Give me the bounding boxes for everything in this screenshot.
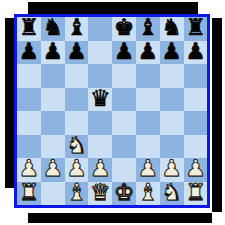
square-b3[interactable] — [41, 135, 65, 159]
square-h8[interactable]: ♜ — [184, 17, 208, 41]
square-e7[interactable]: ♟ — [112, 41, 136, 65]
square-f4[interactable] — [136, 111, 160, 135]
black-queen-piece: ♛ — [90, 87, 111, 110]
white-pawn-piece: ♟ — [19, 157, 40, 180]
black-rook-piece: ♜ — [19, 16, 40, 39]
square-e5[interactable] — [112, 88, 136, 112]
square-f8[interactable]: ♝ — [136, 17, 160, 41]
white-bishop-piece: ♝ — [66, 181, 87, 204]
square-h3[interactable] — [184, 135, 208, 159]
square-h7[interactable]: ♟ — [184, 41, 208, 65]
square-h1[interactable]: ♜ — [184, 182, 208, 206]
white-knight-piece: ♞ — [66, 134, 87, 157]
square-a8[interactable]: ♜ — [17, 17, 41, 41]
square-h4[interactable] — [184, 111, 208, 135]
square-g3[interactable] — [160, 135, 184, 159]
square-h5[interactable] — [184, 88, 208, 112]
square-g8[interactable]: ♞ — [160, 17, 184, 41]
black-pawn-piece: ♟ — [138, 40, 159, 63]
square-c4[interactable] — [65, 111, 89, 135]
square-a4[interactable] — [17, 111, 41, 135]
shadow-bar-top — [28, 2, 198, 14]
square-e4[interactable] — [112, 111, 136, 135]
square-c5[interactable] — [65, 88, 89, 112]
square-a2[interactable]: ♟ — [17, 158, 41, 182]
white-queen-piece: ♛ — [90, 181, 111, 204]
shadow-bar-bottom — [28, 213, 212, 223]
white-pawn-piece: ♟ — [66, 157, 87, 180]
white-rook-piece: ♜ — [185, 181, 206, 204]
black-bishop-piece: ♝ — [66, 16, 87, 39]
black-pawn-piece: ♟ — [114, 40, 135, 63]
black-pawn-piece: ♟ — [66, 40, 87, 63]
square-b6[interactable] — [41, 64, 65, 88]
square-b7[interactable]: ♟ — [41, 41, 65, 65]
white-pawn-piece: ♟ — [185, 157, 206, 180]
square-g4[interactable] — [160, 111, 184, 135]
square-h2[interactable]: ♟ — [184, 158, 208, 182]
white-pawn-piece: ♟ — [161, 157, 182, 180]
chess-board: ♜♞♝♚♝♞♜♟♟♟♟♟♟♟♛♞♟♟♟♟♟♟♟♜♝♛♚♝♞♜ — [14, 14, 210, 208]
black-pawn-piece: ♟ — [42, 40, 63, 63]
white-pawn-piece: ♟ — [138, 157, 159, 180]
square-c7[interactable]: ♟ — [65, 41, 89, 65]
square-e6[interactable] — [112, 64, 136, 88]
square-d4[interactable] — [88, 111, 112, 135]
square-a5[interactable] — [17, 88, 41, 112]
square-f5[interactable] — [136, 88, 160, 112]
shadow-bar-right — [212, 18, 222, 212]
square-f3[interactable] — [136, 135, 160, 159]
black-bishop-piece: ♝ — [138, 16, 159, 39]
square-d2[interactable]: ♟ — [88, 158, 112, 182]
square-g6[interactable] — [160, 64, 184, 88]
square-c3[interactable]: ♞ — [65, 135, 89, 159]
square-f7[interactable]: ♟ — [136, 41, 160, 65]
square-h6[interactable] — [184, 64, 208, 88]
black-pawn-piece: ♟ — [185, 40, 206, 63]
black-pawn-piece: ♟ — [19, 40, 40, 63]
square-f6[interactable] — [136, 64, 160, 88]
square-c2[interactable]: ♟ — [65, 158, 89, 182]
square-e8[interactable]: ♚ — [112, 17, 136, 41]
square-c8[interactable]: ♝ — [65, 17, 89, 41]
square-d6[interactable] — [88, 64, 112, 88]
white-rook-piece: ♜ — [19, 181, 40, 204]
square-c6[interactable] — [65, 64, 89, 88]
square-f2[interactable]: ♟ — [136, 158, 160, 182]
square-g1[interactable]: ♞ — [160, 182, 184, 206]
square-d8[interactable] — [88, 17, 112, 41]
square-g7[interactable]: ♟ — [160, 41, 184, 65]
square-d5[interactable]: ♛ — [88, 88, 112, 112]
square-b4[interactable] — [41, 111, 65, 135]
square-a3[interactable] — [17, 135, 41, 159]
square-g2[interactable]: ♟ — [160, 158, 184, 182]
square-a7[interactable]: ♟ — [17, 41, 41, 65]
square-a6[interactable] — [17, 64, 41, 88]
white-pawn-piece: ♟ — [42, 157, 63, 180]
square-a1[interactable]: ♜ — [17, 182, 41, 206]
square-d3[interactable] — [88, 135, 112, 159]
black-pawn-piece: ♟ — [161, 40, 182, 63]
square-e3[interactable] — [112, 135, 136, 159]
square-e2[interactable] — [112, 158, 136, 182]
white-knight-piece: ♞ — [161, 181, 182, 204]
square-b1[interactable] — [41, 182, 65, 206]
black-knight-piece: ♞ — [42, 16, 63, 39]
square-c1[interactable]: ♝ — [65, 182, 89, 206]
black-knight-piece: ♞ — [161, 16, 182, 39]
square-d7[interactable] — [88, 41, 112, 65]
black-king-piece: ♚ — [114, 16, 135, 39]
square-d1[interactable]: ♛ — [88, 182, 112, 206]
square-g5[interactable] — [160, 88, 184, 112]
white-pawn-piece: ♟ — [90, 157, 111, 180]
square-b8[interactable]: ♞ — [41, 17, 65, 41]
black-rook-piece: ♜ — [185, 16, 206, 39]
shadow-bar-left — [5, 18, 14, 188]
white-king-piece: ♚ — [114, 181, 135, 204]
square-b5[interactable] — [41, 88, 65, 112]
white-bishop-piece: ♝ — [138, 181, 159, 204]
square-e1[interactable]: ♚ — [112, 182, 136, 206]
square-b2[interactable]: ♟ — [41, 158, 65, 182]
square-f1[interactable]: ♝ — [136, 182, 160, 206]
